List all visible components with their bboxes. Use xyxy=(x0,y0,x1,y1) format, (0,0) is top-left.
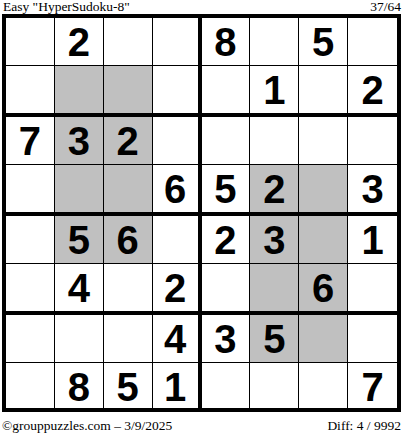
cell-r3c7 xyxy=(299,117,348,165)
cell-r8c5 xyxy=(202,363,251,410)
cell-r6c7: 6 xyxy=(299,264,348,315)
cell-r6c3 xyxy=(104,264,153,315)
cell-r5c6: 3 xyxy=(250,216,299,264)
cell-r4c8: 3 xyxy=(348,165,397,216)
copyright-credit: ©grouppuzzles.com – 3/9/2025 xyxy=(2,419,172,433)
cell-r3c2: 3 xyxy=(55,117,104,165)
cell-r2c5 xyxy=(202,66,251,117)
cell-r1c4 xyxy=(153,18,202,66)
cell-r6c4: 2 xyxy=(153,264,202,315)
cell-r7c1 xyxy=(6,315,55,363)
page-title: Easy "HyperSudoku-8" xyxy=(3,0,130,14)
cell-r1c8 xyxy=(348,18,397,66)
cell-r6c2: 4 xyxy=(55,264,104,315)
cell-r5c2: 5 xyxy=(55,216,104,264)
cell-r1c7: 5 xyxy=(299,18,348,66)
cell-r3c5 xyxy=(202,117,251,165)
cell-r7c8 xyxy=(348,315,397,363)
cell-r4c7 xyxy=(299,165,348,216)
cell-r6c5 xyxy=(202,264,251,315)
difficulty-label: Diff: 4 / 9992 xyxy=(327,419,401,433)
cell-r5c1 xyxy=(6,216,55,264)
cell-r5c8: 1 xyxy=(348,216,397,264)
cell-r7c3 xyxy=(104,315,153,363)
cell-r2c4 xyxy=(153,66,202,117)
cell-r7c4: 4 xyxy=(153,315,202,363)
cell-r4c1 xyxy=(6,165,55,216)
sudoku-grid: 285127326523562314264358517 xyxy=(2,14,401,412)
cell-r2c1 xyxy=(6,66,55,117)
cell-r6c6 xyxy=(250,264,299,315)
footer: ©grouppuzzles.com – 3/9/2025 Diff: 4 / 9… xyxy=(2,419,401,433)
cell-r8c4: 1 xyxy=(153,363,202,410)
cell-r3c6 xyxy=(250,117,299,165)
header: Easy "HyperSudoku-8" 37/64 xyxy=(3,0,401,14)
cell-r2c7 xyxy=(299,66,348,117)
cell-r7c5: 3 xyxy=(202,315,251,363)
cell-r4c2 xyxy=(55,165,104,216)
cell-r5c7 xyxy=(299,216,348,264)
cell-r7c6: 5 xyxy=(250,315,299,363)
cell-r1c3 xyxy=(104,18,153,66)
cell-r2c3 xyxy=(104,66,153,117)
cell-r1c6 xyxy=(250,18,299,66)
cell-r8c8: 7 xyxy=(348,363,397,410)
cell-r3c8 xyxy=(348,117,397,165)
cell-r8c1 xyxy=(6,363,55,410)
cell-r5c3: 6 xyxy=(104,216,153,264)
cell-r7c7 xyxy=(299,315,348,363)
cell-r1c1 xyxy=(6,18,55,66)
cell-r5c5: 2 xyxy=(202,216,251,264)
cell-r5c4 xyxy=(153,216,202,264)
cell-r1c2: 2 xyxy=(55,18,104,66)
cell-r2c8: 2 xyxy=(348,66,397,117)
cell-r4c6: 2 xyxy=(250,165,299,216)
cell-r8c2: 8 xyxy=(55,363,104,410)
cell-r7c2 xyxy=(55,315,104,363)
cell-r8c7 xyxy=(299,363,348,410)
cell-r6c1 xyxy=(6,264,55,315)
cell-r6c8 xyxy=(348,264,397,315)
cell-r2c2 xyxy=(55,66,104,117)
cell-r8c6 xyxy=(250,363,299,410)
cell-r1c5: 8 xyxy=(202,18,251,66)
cell-r4c5: 5 xyxy=(202,165,251,216)
cell-r3c4 xyxy=(153,117,202,165)
cell-r8c3: 5 xyxy=(104,363,153,410)
cell-r3c1: 7 xyxy=(6,117,55,165)
puzzle-counter: 37/64 xyxy=(370,0,401,14)
cell-r4c4: 6 xyxy=(153,165,202,216)
cell-r3c3: 2 xyxy=(104,117,153,165)
cell-r4c3 xyxy=(104,165,153,216)
cell-r2c6: 1 xyxy=(250,66,299,117)
